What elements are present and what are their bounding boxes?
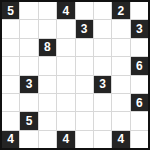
empty-cell-r5c3[interactable]	[39, 76, 56, 93]
empty-cell-r3c6[interactable]	[94, 39, 111, 56]
empty-cell-r3c8[interactable]	[131, 39, 148, 56]
empty-cell-r2c6[interactable]	[94, 20, 111, 37]
empty-cell-r1c8[interactable]	[131, 2, 148, 19]
empty-cell-r5c8[interactable]	[131, 76, 148, 93]
empty-cell-r1c2[interactable]	[20, 2, 37, 19]
clue-cell-r2c5: 3	[76, 20, 93, 37]
empty-cell-r7c6[interactable]	[94, 112, 111, 129]
clue-cell-r5c6: 3	[94, 76, 111, 93]
empty-cell-r3c2[interactable]	[20, 39, 37, 56]
clue-cell-r8c7: 4	[112, 131, 129, 148]
clue-cell-r8c4: 4	[57, 131, 74, 148]
empty-cell-r4c5[interactable]	[76, 57, 93, 74]
empty-cell-r2c3[interactable]	[39, 20, 56, 37]
empty-cell-r1c5[interactable]	[76, 2, 93, 19]
clue-cell-r4c8: 6	[131, 57, 148, 74]
empty-cell-r5c7[interactable]	[112, 76, 129, 93]
empty-cell-r5c4[interactable]	[57, 76, 74, 93]
empty-cell-r3c5[interactable]	[76, 39, 93, 56]
clue-cell-r1c7: 2	[112, 2, 129, 19]
clue-cell-r1c4: 4	[57, 2, 74, 19]
empty-cell-r3c1[interactable]	[2, 39, 19, 56]
puzzle-board: 54233863365444	[0, 0, 150, 150]
empty-cell-r6c6[interactable]	[94, 94, 111, 111]
empty-cell-r8c2[interactable]	[20, 131, 37, 148]
empty-cell-r1c3[interactable]	[39, 2, 56, 19]
empty-cell-r8c8[interactable]	[131, 131, 148, 148]
clue-cell-r2c8: 3	[131, 20, 148, 37]
empty-cell-r6c3[interactable]	[39, 94, 56, 111]
empty-cell-r6c5[interactable]	[76, 94, 93, 111]
empty-cell-r4c2[interactable]	[20, 57, 37, 74]
empty-cell-r6c2[interactable]	[20, 94, 37, 111]
empty-cell-r2c7[interactable]	[112, 20, 129, 37]
empty-cell-r2c2[interactable]	[20, 20, 37, 37]
empty-cell-r6c4[interactable]	[57, 94, 74, 111]
empty-cell-r4c1[interactable]	[2, 57, 19, 74]
empty-cell-r7c5[interactable]	[76, 112, 93, 129]
empty-cell-r7c4[interactable]	[57, 112, 74, 129]
clue-cell-r5c2: 3	[20, 76, 37, 93]
empty-cell-r4c6[interactable]	[94, 57, 111, 74]
empty-cell-r8c5[interactable]	[76, 131, 93, 148]
empty-cell-r2c4[interactable]	[57, 20, 74, 37]
empty-cell-r7c3[interactable]	[39, 112, 56, 129]
clue-cell-r3c3: 8	[39, 39, 56, 56]
empty-cell-r4c3[interactable]	[39, 57, 56, 74]
clue-cell-r8c1: 4	[2, 131, 19, 148]
empty-cell-r4c4[interactable]	[57, 57, 74, 74]
empty-cell-r8c6[interactable]	[94, 131, 111, 148]
clue-cell-r7c2: 5	[20, 112, 37, 129]
clue-cell-r1c1: 5	[2, 2, 19, 19]
empty-cell-r5c5[interactable]	[76, 76, 93, 93]
empty-cell-r3c7[interactable]	[112, 39, 129, 56]
empty-cell-r5c1[interactable]	[2, 76, 19, 93]
empty-cell-r1c6[interactable]	[94, 2, 111, 19]
empty-cell-r6c1[interactable]	[2, 94, 19, 111]
empty-cell-r7c8[interactable]	[131, 112, 148, 129]
empty-cell-r8c3[interactable]	[39, 131, 56, 148]
empty-cell-r4c7[interactable]	[112, 57, 129, 74]
empty-cell-r6c7[interactable]	[112, 94, 129, 111]
empty-cell-r2c1[interactable]	[2, 20, 19, 37]
clue-cell-r6c8: 6	[131, 94, 148, 111]
empty-cell-r7c1[interactable]	[2, 112, 19, 129]
empty-cell-r7c7[interactable]	[112, 112, 129, 129]
empty-cell-r3c4[interactable]	[57, 39, 74, 56]
